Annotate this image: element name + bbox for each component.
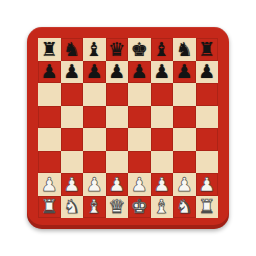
square-f4[interactable] xyxy=(151,128,174,151)
square-c5[interactable] xyxy=(83,106,106,129)
square-f5[interactable] xyxy=(151,106,174,129)
square-c3[interactable] xyxy=(83,151,106,174)
square-g3[interactable] xyxy=(173,151,196,174)
square-e3[interactable] xyxy=(128,151,151,174)
white-knight-icon[interactable]: ♞ xyxy=(63,197,80,216)
black-pawn-icon[interactable]: ♟ xyxy=(108,62,125,81)
white-rook-icon[interactable]: ♜ xyxy=(198,197,215,216)
black-pawn-icon[interactable]: ♟ xyxy=(176,62,193,81)
screenshot-background: ♜♞♝♛♚♝♞♜♟♟♟♟♟♟♟♟♟♟♟♟♟♟♟♟♜♞♝♛♚♝♞♜ xyxy=(0,0,256,256)
square-b1[interactable]: ♞ xyxy=(61,196,84,219)
white-pawn-icon[interactable]: ♟ xyxy=(131,175,148,194)
square-c2[interactable]: ♟ xyxy=(83,173,106,196)
square-d4[interactable] xyxy=(106,128,129,151)
square-b6[interactable] xyxy=(61,83,84,106)
white-pawn-icon[interactable]: ♟ xyxy=(86,175,103,194)
square-c1[interactable]: ♝ xyxy=(83,196,106,219)
black-pawn-icon[interactable]: ♟ xyxy=(41,62,58,81)
square-b2[interactable]: ♟ xyxy=(61,173,84,196)
white-bishop-icon[interactable]: ♝ xyxy=(86,197,103,216)
square-c8[interactable]: ♝ xyxy=(83,38,106,61)
square-h6[interactable] xyxy=(196,83,219,106)
square-b5[interactable] xyxy=(61,106,84,129)
square-h4[interactable] xyxy=(196,128,219,151)
chess-board[interactable]: ♜♞♝♛♚♝♞♜♟♟♟♟♟♟♟♟♟♟♟♟♟♟♟♟♜♞♝♛♚♝♞♜ xyxy=(38,38,218,218)
black-knight-icon[interactable]: ♞ xyxy=(63,40,80,59)
black-knight-icon[interactable]: ♞ xyxy=(176,40,193,59)
white-knight-icon[interactable]: ♞ xyxy=(176,197,193,216)
black-rook-icon[interactable]: ♜ xyxy=(198,40,215,59)
square-h5[interactable] xyxy=(196,106,219,129)
square-d1[interactable]: ♛ xyxy=(106,196,129,219)
white-bishop-icon[interactable]: ♝ xyxy=(153,197,170,216)
black-rook-icon[interactable]: ♜ xyxy=(41,40,58,59)
white-pawn-icon[interactable]: ♟ xyxy=(63,175,80,194)
square-a8[interactable]: ♜ xyxy=(38,38,61,61)
square-d8[interactable]: ♛ xyxy=(106,38,129,61)
square-c4[interactable] xyxy=(83,128,106,151)
square-f7[interactable]: ♟ xyxy=(151,61,174,84)
square-e4[interactable] xyxy=(128,128,151,151)
square-a5[interactable] xyxy=(38,106,61,129)
white-king-icon[interactable]: ♚ xyxy=(131,197,148,216)
square-g5[interactable] xyxy=(173,106,196,129)
square-b3[interactable] xyxy=(61,151,84,174)
black-bishop-icon[interactable]: ♝ xyxy=(153,40,170,59)
square-a1[interactable]: ♜ xyxy=(38,196,61,219)
square-c6[interactable] xyxy=(83,83,106,106)
white-pawn-icon[interactable]: ♟ xyxy=(108,175,125,194)
square-a4[interactable] xyxy=(38,128,61,151)
black-pawn-icon[interactable]: ♟ xyxy=(131,62,148,81)
square-h8[interactable]: ♜ xyxy=(196,38,219,61)
square-d6[interactable] xyxy=(106,83,129,106)
black-king-icon[interactable]: ♚ xyxy=(131,40,148,59)
square-h7[interactable]: ♟ xyxy=(196,61,219,84)
black-bishop-icon[interactable]: ♝ xyxy=(86,40,103,59)
chess-app-icon[interactable]: ♜♞♝♛♚♝♞♜♟♟♟♟♟♟♟♟♟♟♟♟♟♟♟♟♜♞♝♛♚♝♞♜ xyxy=(27,27,229,229)
square-a6[interactable] xyxy=(38,83,61,106)
square-b4[interactable] xyxy=(61,128,84,151)
square-e7[interactable]: ♟ xyxy=(128,61,151,84)
square-g6[interactable] xyxy=(173,83,196,106)
square-a3[interactable] xyxy=(38,151,61,174)
white-pawn-icon[interactable]: ♟ xyxy=(176,175,193,194)
square-g4[interactable] xyxy=(173,128,196,151)
white-rook-icon[interactable]: ♜ xyxy=(41,197,58,216)
black-pawn-icon[interactable]: ♟ xyxy=(86,62,103,81)
black-pawn-icon[interactable]: ♟ xyxy=(153,62,170,81)
square-e6[interactable] xyxy=(128,83,151,106)
black-queen-icon[interactable]: ♛ xyxy=(108,40,125,59)
square-b8[interactable]: ♞ xyxy=(61,38,84,61)
square-e2[interactable]: ♟ xyxy=(128,173,151,196)
white-pawn-icon[interactable]: ♟ xyxy=(198,175,215,194)
square-f3[interactable] xyxy=(151,151,174,174)
black-pawn-icon[interactable]: ♟ xyxy=(198,62,215,81)
white-pawn-icon[interactable]: ♟ xyxy=(41,175,58,194)
square-g7[interactable]: ♟ xyxy=(173,61,196,84)
square-d2[interactable]: ♟ xyxy=(106,173,129,196)
square-f6[interactable] xyxy=(151,83,174,106)
square-a7[interactable]: ♟ xyxy=(38,61,61,84)
square-e1[interactable]: ♚ xyxy=(128,196,151,219)
square-a2[interactable]: ♟ xyxy=(38,173,61,196)
square-f8[interactable]: ♝ xyxy=(151,38,174,61)
square-d3[interactable] xyxy=(106,151,129,174)
square-g8[interactable]: ♞ xyxy=(173,38,196,61)
square-f2[interactable]: ♟ xyxy=(151,173,174,196)
square-g1[interactable]: ♞ xyxy=(173,196,196,219)
square-f1[interactable]: ♝ xyxy=(151,196,174,219)
square-e8[interactable]: ♚ xyxy=(128,38,151,61)
square-c7[interactable]: ♟ xyxy=(83,61,106,84)
square-g2[interactable]: ♟ xyxy=(173,173,196,196)
white-pawn-icon[interactable]: ♟ xyxy=(153,175,170,194)
square-b7[interactable]: ♟ xyxy=(61,61,84,84)
square-d7[interactable]: ♟ xyxy=(106,61,129,84)
black-pawn-icon[interactable]: ♟ xyxy=(63,62,80,81)
square-e5[interactable] xyxy=(128,106,151,129)
square-h2[interactable]: ♟ xyxy=(196,173,219,196)
square-d5[interactable] xyxy=(106,106,129,129)
square-h3[interactable] xyxy=(196,151,219,174)
square-h1[interactable]: ♜ xyxy=(196,196,219,219)
white-queen-icon[interactable]: ♛ xyxy=(108,197,125,216)
